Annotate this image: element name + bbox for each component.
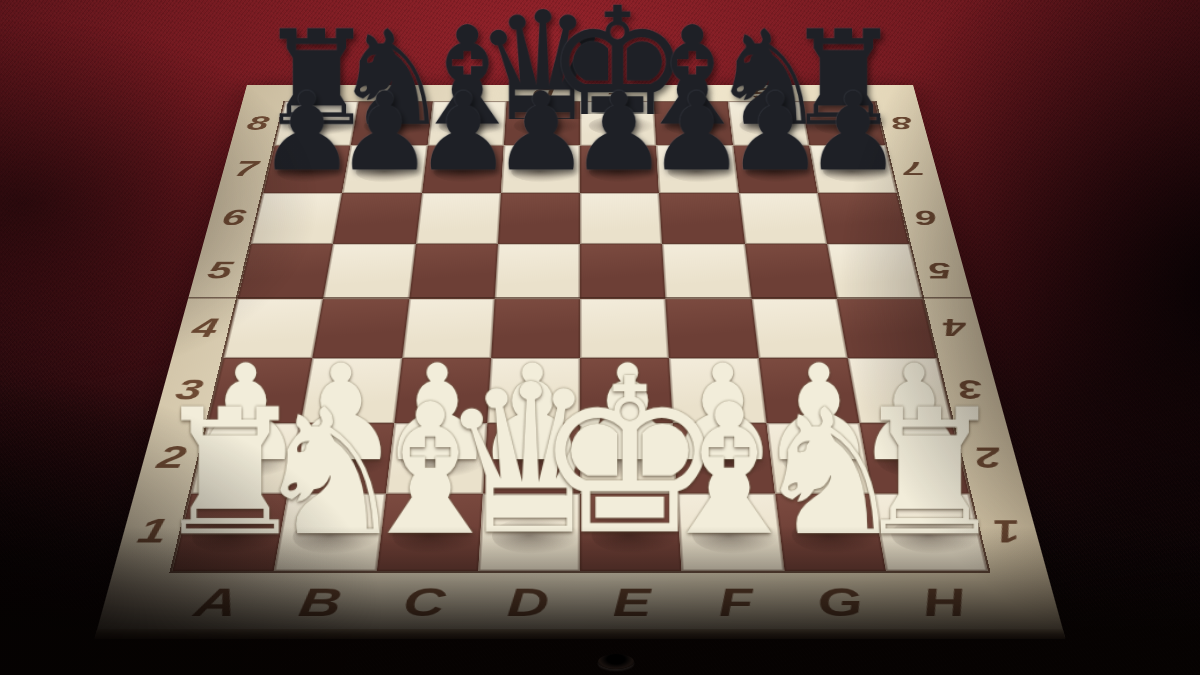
board-clasp-icon — [598, 654, 634, 669]
shadow-vignette — [0, 0, 1200, 675]
photo-stage: ♜♞♝♛♚♝♞♜♟♟♟♟♟♟♟♟♟♟♟♟♟♟♟♟♜♞♝♛♚♝♞♜ 8765432… — [0, 0, 1200, 675]
